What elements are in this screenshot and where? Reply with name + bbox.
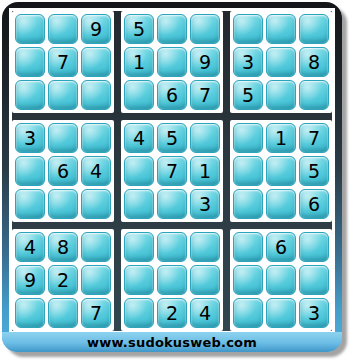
cell-r2c7[interactable]: 3 (233, 47, 263, 77)
cell-r7c5[interactable] (157, 232, 187, 262)
cell-r7c4[interactable] (124, 232, 154, 262)
cell-r4c5[interactable]: 5 (157, 123, 187, 153)
cell-r6c4[interactable] (124, 189, 154, 219)
sudoku-board: 97 51967 385 364 45713 1756 48927 24 63 (9, 8, 335, 334)
site-url[interactable]: www.sudokusweb.com (87, 335, 257, 350)
cell-r4c8[interactable]: 1 (266, 123, 296, 153)
cell-r5c5[interactable]: 7 (157, 156, 187, 186)
cell-r5c4[interactable] (124, 156, 154, 186)
cell-r8c8[interactable] (266, 265, 296, 295)
cell-r6c5[interactable] (157, 189, 187, 219)
cell-r9c5[interactable]: 2 (157, 298, 187, 328)
box-r1c2: 1756 (230, 120, 332, 222)
cell-r4c7[interactable] (233, 123, 263, 153)
cell-r1c8[interactable] (266, 14, 296, 44)
sudoku-frame: 97 51967 385 364 45713 1756 48927 24 63 … (2, 2, 342, 352)
cell-r2c4[interactable]: 1 (124, 47, 154, 77)
cell-r7c6[interactable] (190, 232, 220, 262)
cell-r2c9[interactable]: 8 (299, 47, 329, 77)
footer-bar: www.sudokusweb.com (2, 332, 342, 352)
cell-r2c8[interactable] (266, 47, 296, 77)
cell-r3c6[interactable]: 7 (190, 80, 220, 110)
cell-r5c3[interactable]: 4 (81, 156, 111, 186)
cell-r1c9[interactable] (299, 14, 329, 44)
cell-r9c3[interactable]: 7 (81, 298, 111, 328)
cell-r9c6[interactable]: 4 (190, 298, 220, 328)
cell-r8c4[interactable] (124, 265, 154, 295)
cell-r6c9[interactable]: 6 (299, 189, 329, 219)
cell-r2c6[interactable]: 9 (190, 47, 220, 77)
cell-r7c8[interactable]: 6 (266, 232, 296, 262)
cell-r5c2[interactable]: 6 (48, 156, 78, 186)
cell-r9c1[interactable] (15, 298, 45, 328)
box-r2c1: 24 (121, 229, 223, 331)
cell-r3c7[interactable]: 5 (233, 80, 263, 110)
cell-r6c6[interactable]: 3 (190, 189, 220, 219)
cell-r1c6[interactable] (190, 14, 220, 44)
cell-r3c4[interactable] (124, 80, 154, 110)
box-r0c2: 385 (230, 11, 332, 113)
cell-r7c2[interactable]: 8 (48, 232, 78, 262)
cell-r1c1[interactable] (15, 14, 45, 44)
cell-r6c2[interactable] (48, 189, 78, 219)
cell-r3c2[interactable] (48, 80, 78, 110)
cell-r5c1[interactable] (15, 156, 45, 186)
cell-r2c2[interactable]: 7 (48, 47, 78, 77)
cell-r3c1[interactable] (15, 80, 45, 110)
cell-r7c9[interactable] (299, 232, 329, 262)
cell-r8c2[interactable]: 2 (48, 265, 78, 295)
box-r2c2: 63 (230, 229, 332, 331)
cell-r7c7[interactable] (233, 232, 263, 262)
cell-r7c1[interactable]: 4 (15, 232, 45, 262)
cell-r3c8[interactable] (266, 80, 296, 110)
cell-r9c2[interactable] (48, 298, 78, 328)
cell-r8c9[interactable] (299, 265, 329, 295)
cell-r4c2[interactable] (48, 123, 78, 153)
cell-r1c2[interactable] (48, 14, 78, 44)
cell-r5c7[interactable] (233, 156, 263, 186)
cell-r2c3[interactable] (81, 47, 111, 77)
cell-r5c8[interactable] (266, 156, 296, 186)
cell-r8c1[interactable]: 9 (15, 265, 45, 295)
page-root: { "game": "sudoku", "position": "..95...… (0, 0, 350, 360)
cell-r2c5[interactable] (157, 47, 187, 77)
cell-r4c3[interactable] (81, 123, 111, 153)
cell-r8c5[interactable] (157, 265, 187, 295)
box-r2c0: 48927 (12, 229, 114, 331)
box-r0c0: 97 (12, 11, 114, 113)
cell-r9c4[interactable] (124, 298, 154, 328)
cell-r1c4[interactable]: 5 (124, 14, 154, 44)
box-r1c1: 45713 (121, 120, 223, 222)
cell-r1c5[interactable] (157, 14, 187, 44)
cell-r8c3[interactable] (81, 265, 111, 295)
cell-r6c8[interactable] (266, 189, 296, 219)
cell-r4c6[interactable] (190, 123, 220, 153)
box-r0c1: 51967 (121, 11, 223, 113)
cell-r2c1[interactable] (15, 47, 45, 77)
cell-r6c1[interactable] (15, 189, 45, 219)
cell-r1c7[interactable] (233, 14, 263, 44)
cell-r5c6[interactable]: 1 (190, 156, 220, 186)
cell-r9c8[interactable] (266, 298, 296, 328)
cell-r6c3[interactable] (81, 189, 111, 219)
cell-r1c3[interactable]: 9 (81, 14, 111, 44)
cell-r8c6[interactable] (190, 265, 220, 295)
cell-r7c3[interactable] (81, 232, 111, 262)
cell-r3c5[interactable]: 6 (157, 80, 187, 110)
cell-r9c7[interactable] (233, 298, 263, 328)
box-r1c0: 364 (12, 120, 114, 222)
cell-r4c9[interactable]: 7 (299, 123, 329, 153)
cell-r9c9[interactable]: 3 (299, 298, 329, 328)
cell-r4c4[interactable]: 4 (124, 123, 154, 153)
cell-r3c9[interactable] (299, 80, 329, 110)
cell-r5c9[interactable]: 5 (299, 156, 329, 186)
cell-r4c1[interactable]: 3 (15, 123, 45, 153)
cell-r6c7[interactable] (233, 189, 263, 219)
cell-r3c3[interactable] (81, 80, 111, 110)
cell-r8c7[interactable] (233, 265, 263, 295)
